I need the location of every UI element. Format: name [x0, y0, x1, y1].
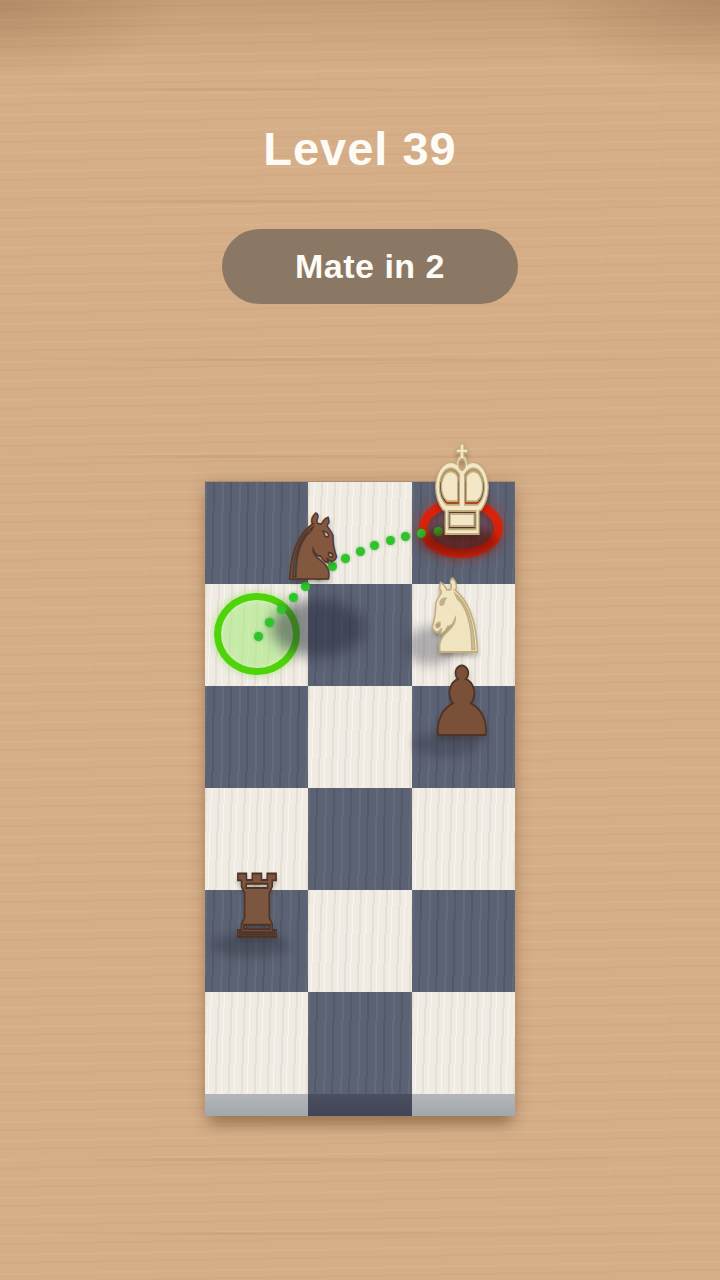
piece-layer: ♚♞♟♜♞	[0, 0, 720, 1280]
black-knight-dragged[interactable]: ♞	[276, 502, 349, 592]
black-rook[interactable]: ♜	[227, 864, 288, 951]
white-king[interactable]: ♚	[428, 430, 495, 554]
black-pawn[interactable]: ♟	[426, 654, 498, 749]
